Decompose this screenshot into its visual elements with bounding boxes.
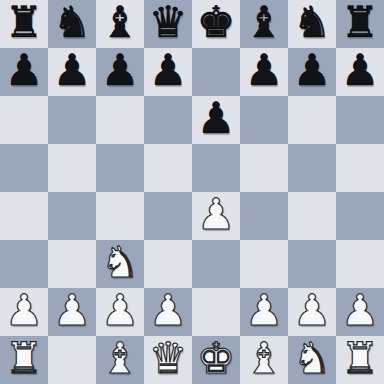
square-h3[interactable] [336,240,384,288]
square-g3[interactable] [288,240,336,288]
square-d7[interactable]: ♟ [144,48,192,96]
square-a5[interactable] [0,144,48,192]
square-b5[interactable] [48,144,96,192]
black-pawn[interactable]: ♟ [245,46,284,94]
square-e5[interactable] [192,144,240,192]
black-pawn[interactable]: ♟ [341,46,380,94]
square-g6[interactable] [288,96,336,144]
square-e1[interactable]: ♚ [192,336,240,384]
white-pawn[interactable]: ♟ [245,286,284,334]
square-b6[interactable] [48,96,96,144]
square-e2[interactable] [192,288,240,336]
square-b4[interactable] [48,192,96,240]
black-pawn[interactable]: ♟ [101,46,140,94]
square-c2[interactable]: ♟ [96,288,144,336]
white-king[interactable]: ♚ [197,334,236,382]
white-bishop[interactable]: ♝ [245,334,284,382]
square-h4[interactable] [336,192,384,240]
square-c1[interactable]: ♝ [96,336,144,384]
square-c5[interactable] [96,144,144,192]
square-g1[interactable]: ♞ [288,336,336,384]
square-g7[interactable]: ♟ [288,48,336,96]
square-b2[interactable]: ♟ [48,288,96,336]
white-pawn[interactable]: ♟ [197,190,236,238]
square-c7[interactable]: ♟ [96,48,144,96]
square-c4[interactable] [96,192,144,240]
white-knight[interactable]: ♞ [293,334,332,382]
square-f8[interactable]: ♝ [240,0,288,48]
white-pawn[interactable]: ♟ [149,286,188,334]
black-pawn[interactable]: ♟ [53,46,92,94]
black-queen[interactable]: ♛ [149,0,188,46]
square-h8[interactable]: ♜ [336,0,384,48]
square-b3[interactable] [48,240,96,288]
white-pawn[interactable]: ♟ [5,286,44,334]
chess-board: ♜♞♝♛♚♝♞♜♟♟♟♟♟♟♟♟♟♞♟♟♟♟♟♟♟♜♝♛♚♝♞♜ [0,0,384,384]
square-g8[interactable]: ♞ [288,0,336,48]
black-pawn[interactable]: ♟ [293,46,332,94]
square-f6[interactable] [240,96,288,144]
square-a6[interactable] [0,96,48,144]
square-e7[interactable] [192,48,240,96]
square-e3[interactable] [192,240,240,288]
black-pawn[interactable]: ♟ [149,46,188,94]
black-pawn[interactable]: ♟ [5,46,44,94]
square-c3[interactable]: ♞ [96,240,144,288]
square-e4[interactable]: ♟ [192,192,240,240]
white-pawn[interactable]: ♟ [293,286,332,334]
square-f3[interactable] [240,240,288,288]
black-rook[interactable]: ♜ [341,0,380,46]
white-queen[interactable]: ♛ [149,334,188,382]
black-king[interactable]: ♚ [197,0,236,46]
white-knight[interactable]: ♞ [101,238,140,286]
square-c8[interactable]: ♝ [96,0,144,48]
square-h6[interactable] [336,96,384,144]
square-a2[interactable]: ♟ [0,288,48,336]
square-d2[interactable]: ♟ [144,288,192,336]
square-d4[interactable] [144,192,192,240]
white-pawn[interactable]: ♟ [341,286,380,334]
square-g4[interactable] [288,192,336,240]
square-d8[interactable]: ♛ [144,0,192,48]
white-rook[interactable]: ♜ [5,334,44,382]
square-d1[interactable]: ♛ [144,336,192,384]
square-a7[interactable]: ♟ [0,48,48,96]
square-d6[interactable] [144,96,192,144]
square-f5[interactable] [240,144,288,192]
square-h2[interactable]: ♟ [336,288,384,336]
white-rook[interactable]: ♜ [341,334,380,382]
black-bishop[interactable]: ♝ [101,0,140,46]
square-a1[interactable]: ♜ [0,336,48,384]
white-pawn[interactable]: ♟ [101,286,140,334]
square-b1[interactable] [48,336,96,384]
square-a4[interactable] [0,192,48,240]
square-b7[interactable]: ♟ [48,48,96,96]
square-e8[interactable]: ♚ [192,0,240,48]
square-h7[interactable]: ♟ [336,48,384,96]
black-pawn[interactable]: ♟ [197,94,236,142]
square-g5[interactable] [288,144,336,192]
black-knight[interactable]: ♞ [293,0,332,46]
black-bishop[interactable]: ♝ [245,0,284,46]
square-c6[interactable] [96,96,144,144]
square-f7[interactable]: ♟ [240,48,288,96]
white-bishop[interactable]: ♝ [101,334,140,382]
square-h1[interactable]: ♜ [336,336,384,384]
square-d5[interactable] [144,144,192,192]
square-g2[interactable]: ♟ [288,288,336,336]
square-d3[interactable] [144,240,192,288]
square-a3[interactable] [0,240,48,288]
white-pawn[interactable]: ♟ [53,286,92,334]
square-e6[interactable]: ♟ [192,96,240,144]
square-f2[interactable]: ♟ [240,288,288,336]
black-knight[interactable]: ♞ [53,0,92,46]
square-a8[interactable]: ♜ [0,0,48,48]
square-f4[interactable] [240,192,288,240]
square-b8[interactable]: ♞ [48,0,96,48]
black-rook[interactable]: ♜ [5,0,44,46]
square-h5[interactable] [336,144,384,192]
square-f1[interactable]: ♝ [240,336,288,384]
